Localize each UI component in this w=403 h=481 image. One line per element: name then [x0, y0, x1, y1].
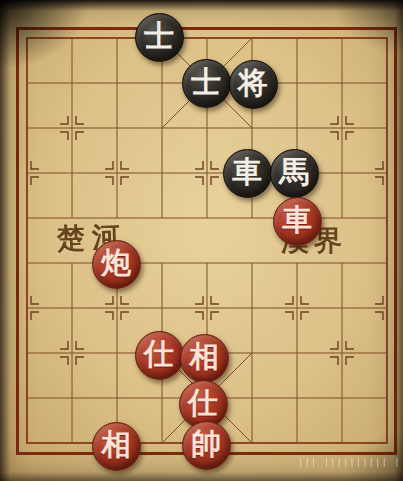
piece-red-cannon[interactable]: 炮 [92, 240, 141, 289]
piece-glyph: 士 [144, 21, 174, 51]
piece-glyph: 仕 [144, 339, 174, 369]
board[interactable]: 楚河 漢界 士士将車馬車炮仕相仕相帥 [0, 0, 403, 481]
piece-black-general[interactable]: 将 [229, 60, 278, 109]
piece-black-chariot[interactable]: 車 [223, 149, 272, 198]
piece-glyph: 相 [189, 342, 219, 372]
piece-glyph: 炮 [101, 248, 131, 278]
piece-red-elephant[interactable]: 相 [180, 334, 229, 383]
piece-glyph: 相 [101, 430, 131, 460]
piece-glyph: 帥 [191, 429, 221, 459]
piece-red-chariot[interactable]: 車 [273, 197, 322, 246]
piece-glyph: 馬 [279, 157, 309, 187]
piece-black-advisor[interactable]: 士 [135, 13, 184, 62]
piece-glyph: 仕 [188, 388, 218, 418]
piece-red-general[interactable]: 帥 [182, 421, 231, 470]
piece-black-advisor[interactable]: 士 [182, 59, 231, 108]
piece-glyph: 将 [238, 68, 268, 98]
piece-glyph: 車 [232, 157, 262, 187]
piece-black-horse[interactable]: 馬 [270, 149, 319, 198]
piece-glyph: 車 [282, 205, 312, 235]
xiangqi-app: 楚河 漢界 士士将車馬車炮仕相仕相帥 ||| |||||||||| ||| @ [0, 0, 403, 481]
piece-red-advisor[interactable]: 仕 [135, 331, 184, 380]
piece-red-elephant[interactable]: 相 [92, 422, 141, 471]
piece-glyph: 士 [191, 67, 221, 97]
